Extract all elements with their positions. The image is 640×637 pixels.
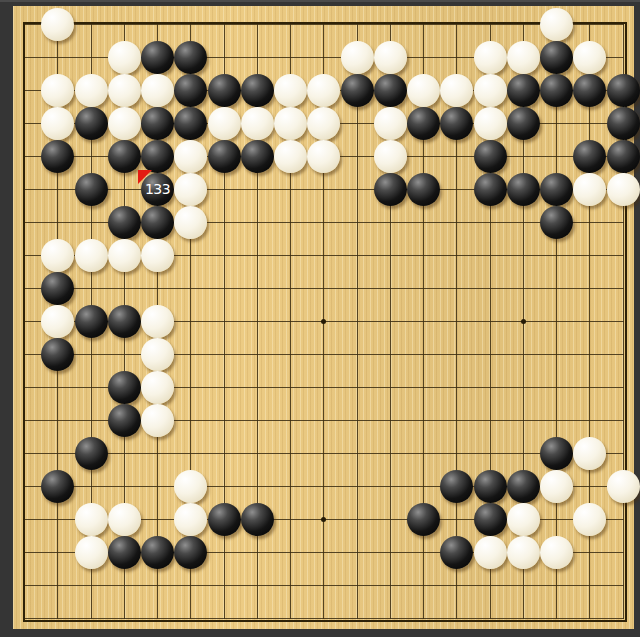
black-stone	[108, 404, 141, 437]
white-stone	[474, 536, 507, 569]
black-stone	[75, 107, 108, 140]
black-stone	[341, 74, 374, 107]
black-stone	[374, 74, 407, 107]
white-stone	[41, 305, 74, 338]
white-stone	[41, 107, 74, 140]
black-stone	[241, 503, 274, 536]
grid-line-horizontal	[24, 354, 624, 355]
black-stone	[174, 107, 207, 140]
star-point	[521, 319, 526, 324]
white-stone	[108, 503, 141, 536]
white-stone	[141, 371, 174, 404]
black-stone	[174, 41, 207, 74]
white-stone	[75, 74, 108, 107]
grid-line-vertical	[556, 24, 557, 619]
last-move-marker	[138, 170, 152, 184]
white-stone	[307, 140, 340, 173]
move-number-label: 133	[145, 182, 170, 196]
black-stone	[474, 503, 507, 536]
black-stone	[573, 74, 606, 107]
black-stone	[141, 206, 174, 239]
black-stone	[108, 371, 141, 404]
black-stone	[41, 338, 74, 371]
white-stone	[108, 74, 141, 107]
white-stone	[174, 173, 207, 206]
black-stone	[41, 470, 74, 503]
white-stone	[474, 107, 507, 140]
white-stone	[108, 41, 141, 74]
white-stone	[507, 536, 540, 569]
white-stone	[540, 536, 573, 569]
white-stone	[573, 41, 606, 74]
grid-line-horizontal	[24, 453, 624, 454]
white-stone	[174, 206, 207, 239]
black-stone	[540, 74, 573, 107]
white-stone	[208, 107, 241, 140]
black-stone	[108, 536, 141, 569]
white-stone	[573, 173, 606, 206]
black-stone	[141, 140, 174, 173]
black-stone	[440, 470, 473, 503]
white-stone	[407, 74, 440, 107]
black-stone	[607, 107, 640, 140]
star-point	[321, 319, 326, 324]
white-stone	[75, 239, 108, 272]
black-stone	[607, 74, 640, 107]
black-stone	[141, 536, 174, 569]
black-stone	[507, 107, 540, 140]
black-stone	[108, 305, 141, 338]
white-stone	[374, 140, 407, 173]
white-stone	[440, 74, 473, 107]
star-point	[321, 517, 326, 522]
black-stone	[407, 173, 440, 206]
white-stone	[307, 74, 340, 107]
white-stone	[540, 470, 573, 503]
black-stone	[474, 470, 507, 503]
black-stone	[540, 173, 573, 206]
white-stone	[108, 107, 141, 140]
black-stone	[174, 74, 207, 107]
grid-line-horizontal	[24, 585, 624, 586]
white-stone	[41, 74, 74, 107]
white-stone	[141, 239, 174, 272]
white-stone	[141, 404, 174, 437]
white-stone	[341, 41, 374, 74]
black-stone	[507, 470, 540, 503]
white-stone	[607, 173, 640, 206]
black-stone	[108, 206, 141, 239]
white-stone	[141, 305, 174, 338]
white-stone	[174, 503, 207, 536]
black-stone	[141, 107, 174, 140]
white-stone	[75, 503, 108, 536]
black-stone	[474, 173, 507, 206]
black-stone	[540, 41, 573, 74]
white-stone	[540, 8, 573, 41]
goban[interactable]: 133	[13, 6, 634, 629]
go-app-window: 133	[0, 0, 640, 637]
white-stone	[141, 338, 174, 371]
white-stone	[507, 41, 540, 74]
black-stone	[41, 272, 74, 305]
black-stone	[540, 437, 573, 470]
black-stone	[75, 173, 108, 206]
white-stone	[374, 41, 407, 74]
black-stone	[241, 140, 274, 173]
white-stone	[374, 107, 407, 140]
white-stone	[507, 503, 540, 536]
white-stone	[474, 74, 507, 107]
white-stone	[307, 107, 340, 140]
white-stone	[607, 470, 640, 503]
black-stone	[208, 140, 241, 173]
white-stone	[274, 74, 307, 107]
white-stone	[573, 437, 606, 470]
black-stone	[75, 305, 108, 338]
grid-line-horizontal	[24, 618, 624, 619]
black-stone	[407, 107, 440, 140]
black-stone	[108, 140, 141, 173]
white-stone	[274, 107, 307, 140]
white-stone	[108, 239, 141, 272]
black-stone	[440, 107, 473, 140]
black-stone	[573, 140, 606, 173]
white-stone	[141, 74, 174, 107]
black-stone	[141, 41, 174, 74]
black-stone	[41, 140, 74, 173]
black-stone	[208, 74, 241, 107]
white-stone	[41, 239, 74, 272]
white-stone	[474, 41, 507, 74]
white-stone	[174, 140, 207, 173]
white-stone	[41, 8, 74, 41]
black-stone	[208, 503, 241, 536]
black-stone	[607, 140, 640, 173]
white-stone	[274, 140, 307, 173]
black-stone	[374, 173, 407, 206]
white-stone	[75, 536, 108, 569]
white-stone	[573, 503, 606, 536]
black-stone	[507, 74, 540, 107]
black-stone	[507, 173, 540, 206]
black-stone	[407, 503, 440, 536]
black-stone	[241, 74, 274, 107]
black-stone	[75, 437, 108, 470]
black-stone	[474, 140, 507, 173]
black-stone	[540, 206, 573, 239]
white-stone	[241, 107, 274, 140]
black-stone	[174, 536, 207, 569]
white-stone	[174, 470, 207, 503]
black-stone	[440, 536, 473, 569]
grid-line-vertical	[357, 24, 358, 619]
